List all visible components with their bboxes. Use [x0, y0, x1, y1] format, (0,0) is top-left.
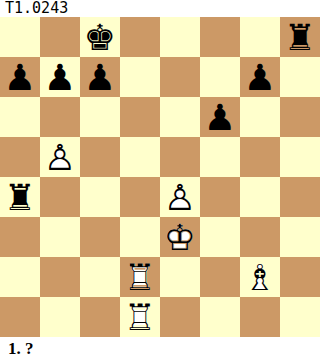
square-g2[interactable]: ♝♗ [240, 257, 280, 297]
piece-outline-layer: ♔ [160, 217, 200, 257]
square-b1[interactable] [40, 297, 80, 337]
square-c5[interactable] [80, 137, 120, 177]
square-h7[interactable] [280, 57, 320, 97]
square-a1[interactable] [0, 297, 40, 337]
square-e8[interactable] [160, 17, 200, 57]
square-h4[interactable] [280, 177, 320, 217]
square-e1[interactable] [160, 297, 200, 337]
square-f2[interactable] [200, 257, 240, 297]
square-a3[interactable] [0, 217, 40, 257]
square-a8[interactable] [0, 17, 40, 57]
square-d2[interactable]: ♜♖ [120, 257, 160, 297]
square-b7[interactable]: ♟ [40, 57, 80, 97]
square-h6[interactable] [280, 97, 320, 137]
square-a5[interactable] [0, 137, 40, 177]
square-g8[interactable] [240, 17, 280, 57]
white-pawn: ♟♙ [40, 137, 80, 177]
piece-fill-layer: ♜ [0, 177, 40, 217]
square-f4[interactable] [200, 177, 240, 217]
square-c2[interactable] [80, 257, 120, 297]
square-f8[interactable] [200, 17, 240, 57]
square-a6[interactable] [0, 97, 40, 137]
square-e5[interactable] [160, 137, 200, 177]
square-f3[interactable] [200, 217, 240, 257]
black-pawn: ♟ [40, 57, 80, 97]
square-b3[interactable] [40, 217, 80, 257]
square-b8[interactable] [40, 17, 80, 57]
square-f6[interactable]: ♟ [200, 97, 240, 137]
square-d1[interactable]: ♜♖ [120, 297, 160, 337]
square-c6[interactable] [80, 97, 120, 137]
square-d7[interactable] [120, 57, 160, 97]
square-e7[interactable] [160, 57, 200, 97]
white-rook: ♜♖ [120, 297, 160, 337]
square-h3[interactable] [280, 217, 320, 257]
piece-fill-layer: ♚ [80, 17, 120, 57]
black-rook: ♜ [0, 177, 40, 217]
square-a2[interactable] [0, 257, 40, 297]
piece-fill-layer: ♟ [40, 57, 80, 97]
square-e6[interactable] [160, 97, 200, 137]
white-pawn: ♟♙ [160, 177, 200, 217]
piece-outline-layer: ♗ [240, 257, 280, 297]
piece-fill-layer: ♜ [280, 17, 320, 57]
chess-board: ♚♜♟♟♟♟♟♟♙♜♟♙♚♔♜♖♝♗♜♖ [0, 17, 320, 337]
square-b5[interactable]: ♟♙ [40, 137, 80, 177]
square-a7[interactable]: ♟ [0, 57, 40, 97]
square-c4[interactable] [80, 177, 120, 217]
square-h1[interactable] [280, 297, 320, 337]
black-pawn: ♟ [240, 57, 280, 97]
piece-fill-layer: ♟ [200, 97, 240, 137]
square-g1[interactable] [240, 297, 280, 337]
piece-fill-layer: ♟ [80, 57, 120, 97]
square-c7[interactable]: ♟ [80, 57, 120, 97]
move-prompt: 1. ? [0, 337, 320, 360]
square-b4[interactable] [40, 177, 80, 217]
square-g5[interactable] [240, 137, 280, 177]
puzzle-id: T1.0243 [0, 0, 320, 17]
square-d8[interactable] [120, 17, 160, 57]
white-king: ♚♔ [160, 217, 200, 257]
square-c3[interactable] [80, 217, 120, 257]
piece-fill-layer: ♟ [240, 57, 280, 97]
square-b2[interactable] [40, 257, 80, 297]
black-king: ♚ [80, 17, 120, 57]
square-a4[interactable]: ♜ [0, 177, 40, 217]
piece-fill-layer: ♟ [0, 57, 40, 97]
black-pawn: ♟ [80, 57, 120, 97]
square-c1[interactable] [80, 297, 120, 337]
square-e4[interactable]: ♟♙ [160, 177, 200, 217]
white-rook: ♜♖ [120, 257, 160, 297]
square-d4[interactable] [120, 177, 160, 217]
black-rook: ♜ [280, 17, 320, 57]
black-pawn: ♟ [200, 97, 240, 137]
white-bishop: ♝♗ [240, 257, 280, 297]
square-c8[interactable]: ♚ [80, 17, 120, 57]
square-e2[interactable] [160, 257, 200, 297]
square-f7[interactable] [200, 57, 240, 97]
square-g3[interactable] [240, 217, 280, 257]
square-f5[interactable] [200, 137, 240, 177]
piece-outline-layer: ♙ [40, 137, 80, 177]
square-g4[interactable] [240, 177, 280, 217]
piece-outline-layer: ♙ [160, 177, 200, 217]
square-b6[interactable] [40, 97, 80, 137]
piece-outline-layer: ♖ [120, 257, 160, 297]
black-pawn: ♟ [0, 57, 40, 97]
square-h5[interactable] [280, 137, 320, 177]
square-g6[interactable] [240, 97, 280, 137]
square-f1[interactable] [200, 297, 240, 337]
square-d5[interactable] [120, 137, 160, 177]
square-e3[interactable]: ♚♔ [160, 217, 200, 257]
square-d6[interactable] [120, 97, 160, 137]
square-h2[interactable] [280, 257, 320, 297]
square-g7[interactable]: ♟ [240, 57, 280, 97]
square-h8[interactable]: ♜ [280, 17, 320, 57]
piece-outline-layer: ♖ [120, 297, 160, 337]
square-d3[interactable] [120, 217, 160, 257]
